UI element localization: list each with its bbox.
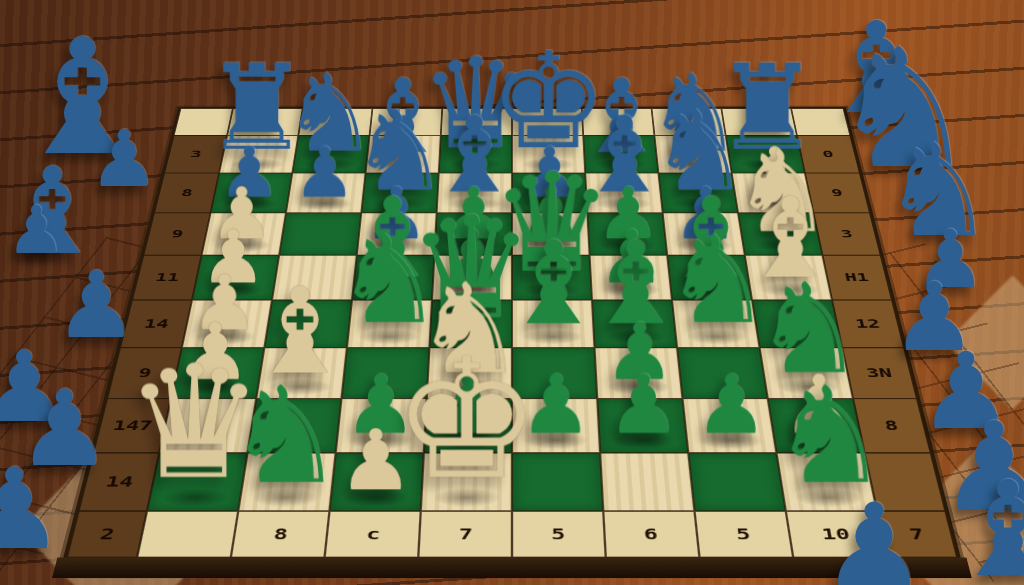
table-piece-bishop: ♝ [949, 463, 1024, 585]
table-piece-pawn: ♟ [820, 488, 928, 585]
table-piece-pawn: ♟ [0, 453, 64, 565]
piece-glyph: ♚ [296, 336, 636, 502]
table-surface: 990c830899311H1141293N14781428c7565107 ♜… [0, 0, 1024, 585]
